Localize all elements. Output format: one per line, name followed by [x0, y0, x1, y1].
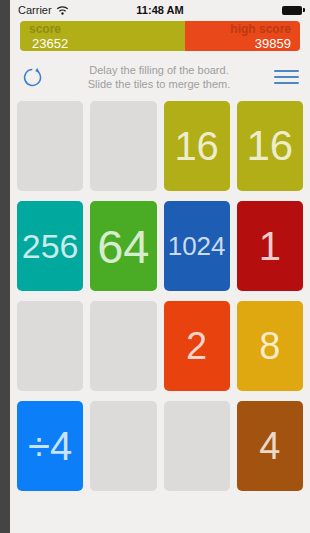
- tile-r1c1[interactable]: 64: [90, 201, 156, 291]
- score-label: score: [29, 23, 177, 36]
- tile-r2c3[interactable]: 8: [237, 301, 303, 391]
- empty-cell-r0c0: [17, 101, 83, 191]
- menu-button[interactable]: [274, 70, 299, 84]
- status-bar: Carrier 11:48 AM: [10, 0, 310, 20]
- instructions-text: Delay the filling of the board. Slide th…: [44, 63, 274, 91]
- tile-r1c2[interactable]: 1024: [164, 201, 230, 291]
- status-left: Carrier: [18, 4, 69, 16]
- tile-r2c2[interactable]: 2: [164, 301, 230, 391]
- score-panel: score 23652: [20, 21, 185, 51]
- score-bar: score 23652 high score 39859: [20, 21, 300, 51]
- high-score-value: 39859: [255, 36, 291, 51]
- empty-cell-r3c1: [90, 401, 156, 491]
- battery-icon: [282, 6, 302, 15]
- empty-cell-r2c0: [17, 301, 83, 391]
- tile-r0c2[interactable]: 16: [164, 101, 230, 191]
- tile-r0c3[interactable]: 16: [237, 101, 303, 191]
- carrier-label: Carrier: [18, 4, 52, 16]
- tile-r1c0[interactable]: 256: [17, 201, 83, 291]
- tile-r1c3[interactable]: 1: [237, 201, 303, 291]
- empty-cell-r0c1: [90, 101, 156, 191]
- instructions-line-1: Delay the filling of the board.: [44, 63, 274, 77]
- toolbar: Delay the filling of the board. Slide th…: [10, 56, 310, 98]
- instructions-line-2: Slide the tiles to merge them.: [44, 77, 274, 91]
- high-score-label: high score: [230, 23, 291, 36]
- restart-button[interactable]: [21, 66, 44, 89]
- wifi-icon: [56, 5, 69, 15]
- score-value: 23652: [29, 36, 177, 51]
- hamburger-menu-icon: [274, 70, 299, 84]
- empty-cell-r3c2: [164, 401, 230, 491]
- app-screen: Carrier 11:48 AM score 23652 high score …: [10, 0, 310, 533]
- tile-r3c3[interactable]: 4: [237, 401, 303, 491]
- tile-r3c0[interactable]: ÷4: [17, 401, 83, 491]
- refresh-icon: [21, 66, 44, 89]
- empty-cell-r2c1: [90, 301, 156, 391]
- high-score-panel: high score 39859: [185, 21, 300, 51]
- board[interactable]: 1616256641024128÷44: [17, 101, 303, 491]
